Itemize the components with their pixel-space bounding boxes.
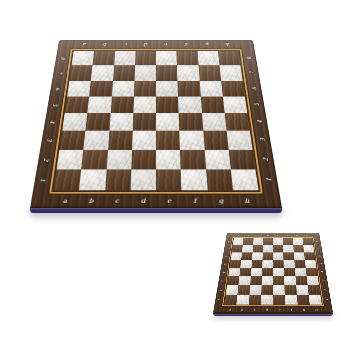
square-f1	[181, 169, 207, 190]
square-h3	[307, 276, 319, 285]
rank-label-7: 7	[240, 68, 263, 78]
square-f3	[284, 276, 296, 285]
rank-label-8: 8	[312, 239, 323, 243]
square-a3	[227, 276, 239, 285]
file-label-c: c	[253, 233, 263, 237]
square-b2	[81, 149, 107, 169]
square-e3	[273, 276, 284, 285]
square-h8	[302, 238, 313, 245]
square-d5	[133, 96, 156, 113]
board-frame-large: abcdefghabcdefgh8765432187654321	[30, 40, 282, 208]
square-d4	[133, 113, 156, 131]
square-d3	[262, 276, 273, 285]
rank-label-6: 6	[46, 83, 70, 93]
square-a3	[59, 131, 85, 150]
square-e8	[156, 51, 177, 65]
rank-label-8: 8	[223, 239, 234, 243]
file-label-h: h	[310, 306, 323, 313]
square-b1	[79, 169, 106, 190]
square-b4	[239, 268, 251, 276]
square-a8	[233, 238, 244, 245]
square-b6	[89, 81, 112, 97]
square-c3	[250, 276, 262, 285]
file-label-b: b	[236, 306, 249, 313]
square-e4	[156, 113, 179, 131]
file-label-h: h	[233, 194, 261, 208]
square-f5	[178, 96, 201, 113]
square-a7	[232, 245, 243, 252]
file-label-d: d	[263, 233, 273, 237]
gold-trim-border	[49, 49, 263, 194]
file-label-g: g	[196, 40, 217, 49]
square-g7	[198, 65, 221, 80]
square-e6	[156, 81, 178, 97]
square-h1	[308, 295, 321, 305]
rank-label-3: 3	[216, 278, 228, 284]
file-label-a: a	[223, 306, 236, 313]
file-labels-top: abcdefgh	[74, 40, 238, 49]
square-d1	[261, 295, 273, 305]
gold-trim-border	[222, 237, 324, 306]
board-side-edge-large	[30, 207, 282, 213]
square-f2	[180, 149, 206, 169]
square-f4	[179, 113, 203, 131]
squares-grid	[224, 238, 322, 304]
square-f4	[284, 268, 295, 276]
rank-label-6: 6	[242, 83, 266, 93]
file-labels-bottom: abcdefgh	[223, 306, 323, 313]
file-label-f: f	[285, 306, 298, 313]
file-label-h: h	[302, 233, 312, 237]
square-g7	[293, 245, 304, 252]
rank-labels-right: 87654321	[241, 51, 278, 190]
rank-label-2: 2	[252, 153, 279, 166]
rank-label-5: 5	[315, 261, 327, 266]
rank-label-7: 7	[222, 246, 233, 251]
square-g6	[199, 81, 222, 97]
square-b7	[91, 65, 114, 80]
square-b6	[241, 252, 252, 260]
square-f3	[179, 131, 204, 150]
file-labels-top: abcdefgh	[234, 233, 312, 237]
rank-label-1: 1	[213, 296, 226, 302]
square-b3	[239, 276, 251, 285]
rank-label-4: 4	[316, 269, 328, 274]
rank-label-3: 3	[36, 134, 62, 146]
square-a8	[72, 51, 95, 65]
square-e2	[273, 285, 285, 294]
file-label-f: f	[182, 194, 209, 208]
file-label-e: e	[156, 40, 177, 49]
file-label-g: g	[207, 194, 234, 208]
square-e8	[273, 238, 283, 245]
file-label-g: g	[292, 233, 302, 237]
square-c6	[112, 81, 135, 97]
product-photo-canvas: abcdefghabcdefgh8765432187654321 abcdefg…	[0, 0, 350, 350]
square-f8	[177, 51, 199, 65]
square-d4	[262, 268, 273, 276]
square-c8	[253, 238, 263, 245]
square-h4	[306, 268, 318, 276]
square-c5	[110, 96, 133, 113]
rank-labels-left: 87654321	[33, 51, 70, 190]
square-f5	[284, 260, 295, 268]
file-label-a: a	[234, 233, 244, 237]
square-c2	[249, 285, 261, 294]
rank-label-6: 6	[314, 254, 325, 259]
square-e1	[156, 169, 182, 190]
square-a1	[224, 295, 237, 305]
file-label-a: a	[74, 40, 95, 49]
file-label-d: d	[135, 40, 156, 49]
file-label-c: c	[248, 306, 261, 313]
rank-label-5: 5	[43, 99, 67, 110]
rank-label-4: 4	[247, 116, 272, 127]
rank-label-7: 7	[49, 68, 72, 78]
square-h1	[231, 169, 259, 190]
square-h2	[307, 285, 320, 294]
file-label-f: f	[283, 233, 293, 237]
square-g3	[203, 131, 228, 150]
square-f6	[178, 81, 201, 97]
square-d2	[261, 285, 273, 294]
file-label-f: f	[176, 40, 197, 49]
file-label-e: e	[156, 194, 182, 208]
square-b4	[86, 113, 111, 131]
square-g2	[296, 285, 309, 294]
square-b5	[240, 260, 251, 268]
board-side-edge-small	[213, 313, 333, 317]
square-h6	[304, 252, 315, 260]
square-f8	[283, 238, 293, 245]
file-label-a: a	[51, 194, 79, 208]
square-d6	[262, 252, 273, 260]
rank-label-4: 4	[40, 116, 65, 127]
square-a7	[69, 65, 92, 80]
rank-label-6: 6	[221, 254, 232, 259]
square-a2	[57, 149, 84, 169]
square-e5	[273, 260, 284, 268]
square-h7	[303, 245, 314, 252]
square-g8	[197, 51, 219, 65]
square-f7	[177, 65, 199, 80]
square-e5	[156, 96, 179, 113]
square-b8	[93, 51, 115, 65]
rank-label-1: 1	[29, 173, 56, 187]
square-c8	[114, 51, 136, 65]
square-e2	[156, 149, 181, 169]
square-h6	[221, 81, 245, 97]
file-label-b: b	[77, 194, 104, 208]
square-c3	[108, 131, 133, 150]
file-label-b: b	[94, 40, 115, 49]
square-h4	[224, 113, 249, 131]
square-e6	[273, 252, 284, 260]
square-b1	[236, 295, 249, 305]
square-d6	[134, 81, 156, 97]
square-d7	[263, 245, 273, 252]
square-d7	[134, 65, 156, 80]
square-a2	[226, 285, 239, 294]
square-f7	[283, 245, 294, 252]
squares-grid	[54, 51, 259, 190]
rank-label-1: 1	[255, 173, 282, 187]
square-a5	[230, 260, 242, 268]
rank-label-2: 2	[319, 287, 332, 293]
square-f2	[284, 285, 296, 294]
square-f1	[285, 295, 298, 305]
square-c2	[106, 149, 132, 169]
square-h3	[226, 131, 252, 150]
square-d3	[132, 131, 156, 150]
square-d1	[130, 169, 156, 190]
square-a4	[228, 268, 240, 276]
rank-label-3: 3	[318, 278, 330, 284]
square-h5	[223, 96, 248, 113]
square-e1	[273, 295, 285, 305]
square-d8	[263, 238, 273, 245]
square-c4	[251, 268, 262, 276]
square-g1	[206, 169, 233, 190]
square-b7	[242, 245, 253, 252]
square-e7	[273, 245, 283, 252]
square-d2	[131, 149, 156, 169]
square-h2	[228, 149, 255, 169]
rank-label-5: 5	[219, 261, 231, 266]
board-perspective-small: abcdefghabcdefgh8765432187654321	[213, 233, 333, 313]
square-g1	[297, 295, 310, 305]
rank-label-2: 2	[33, 153, 60, 166]
square-h8	[218, 51, 241, 65]
file-label-e: e	[273, 233, 283, 237]
rank-labels-left: 87654321	[214, 238, 232, 304]
square-g5	[200, 96, 224, 113]
file-labels-bottom: abcdefgh	[51, 194, 261, 208]
square-a5	[65, 96, 90, 113]
file-label-h: h	[217, 40, 238, 49]
square-c7	[252, 245, 263, 252]
rank-label-8: 8	[238, 54, 260, 63]
square-c6	[252, 252, 263, 260]
file-label-c: c	[115, 40, 136, 49]
square-g6	[294, 252, 305, 260]
square-a4	[62, 113, 87, 131]
square-d8	[135, 51, 156, 65]
square-c5	[251, 260, 262, 268]
rank-label-4: 4	[218, 269, 230, 274]
square-g3	[295, 276, 307, 285]
square-c1	[105, 169, 131, 190]
file-label-e: e	[273, 306, 285, 313]
square-b5	[88, 96, 112, 113]
file-label-d: d	[130, 194, 156, 208]
rank-label-2: 2	[214, 287, 227, 293]
square-e3	[156, 131, 180, 150]
rank-labels-right: 87654321	[314, 238, 332, 304]
square-d5	[262, 260, 273, 268]
square-a1	[54, 169, 82, 190]
square-c7	[113, 65, 135, 80]
rank-label-3: 3	[250, 134, 276, 146]
chessboard-large: abcdefghabcdefgh8765432187654321	[30, 0, 282, 208]
square-h5	[305, 260, 317, 268]
square-g8	[293, 238, 304, 245]
square-g4	[295, 268, 307, 276]
board-frame-small: abcdefghabcdefgh8765432187654321	[213, 233, 333, 313]
square-g4	[202, 113, 227, 131]
square-f6	[283, 252, 294, 260]
square-e7	[156, 65, 178, 80]
file-label-b: b	[244, 233, 254, 237]
square-e4	[273, 268, 284, 276]
square-b2	[238, 285, 251, 294]
square-c4	[109, 113, 133, 131]
square-g5	[294, 260, 305, 268]
rank-label-8: 8	[51, 54, 73, 63]
square-a6	[231, 252, 242, 260]
rank-label-5: 5	[245, 99, 269, 110]
chessboard-small: abcdefghabcdefgh8765432187654321	[147, 61, 350, 313]
file-label-c: c	[104, 194, 131, 208]
rank-label-1: 1	[320, 296, 333, 302]
square-b8	[243, 238, 254, 245]
square-h7	[219, 65, 242, 80]
file-label-d: d	[261, 306, 273, 313]
square-g2	[204, 149, 230, 169]
square-a6	[67, 81, 91, 97]
board-perspective-large: abcdefghabcdefgh8765432187654321	[30, 40, 282, 208]
file-label-g: g	[297, 306, 310, 313]
square-c1	[249, 295, 262, 305]
square-b3	[84, 131, 109, 150]
rank-label-7: 7	[313, 246, 324, 251]
